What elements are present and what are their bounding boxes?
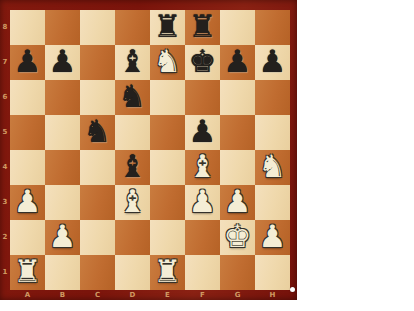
- black-pawn[interactable]: ♟: [49, 45, 77, 79]
- rank-label-5: 5: [0, 115, 10, 150]
- white-pawn[interactable]: ♟: [224, 185, 252, 219]
- square-f6[interactable]: [185, 80, 220, 115]
- black-pawn[interactable]: ♟: [189, 115, 217, 149]
- white-king[interactable]: ♚: [224, 220, 252, 254]
- file-label-e: E: [150, 290, 185, 300]
- square-b5[interactable]: [45, 115, 80, 150]
- square-d1[interactable]: [115, 255, 150, 290]
- square-e1[interactable]: ♜: [150, 255, 185, 290]
- white-pawn[interactable]: ♟: [189, 185, 217, 219]
- black-pawn[interactable]: ♟: [224, 45, 252, 79]
- square-a5[interactable]: [10, 115, 45, 150]
- rank-label-3: 3: [0, 185, 10, 220]
- square-g7[interactable]: ♟: [220, 45, 255, 80]
- black-bishop[interactable]: ♝: [119, 150, 147, 184]
- square-h7[interactable]: ♟: [255, 45, 290, 80]
- file-label-f: F: [185, 290, 220, 300]
- square-b3[interactable]: [45, 185, 80, 220]
- square-e5[interactable]: [150, 115, 185, 150]
- black-bishop[interactable]: ♝: [119, 45, 147, 79]
- square-b8[interactable]: [45, 10, 80, 45]
- square-f1[interactable]: [185, 255, 220, 290]
- rank-label-7: 7: [0, 45, 10, 80]
- square-f3[interactable]: ♟: [185, 185, 220, 220]
- white-pawn[interactable]: ♟: [14, 185, 42, 219]
- square-a7[interactable]: ♟: [10, 45, 45, 80]
- square-c3[interactable]: [80, 185, 115, 220]
- square-e7[interactable]: ♞: [150, 45, 185, 80]
- square-g6[interactable]: [220, 80, 255, 115]
- square-d5[interactable]: [115, 115, 150, 150]
- square-c8[interactable]: [80, 10, 115, 45]
- square-h4[interactable]: ♞: [255, 150, 290, 185]
- white-rook[interactable]: ♜: [14, 255, 42, 289]
- square-f5[interactable]: ♟: [185, 115, 220, 150]
- square-d3[interactable]: ♝: [115, 185, 150, 220]
- square-e2[interactable]: [150, 220, 185, 255]
- square-g5[interactable]: [220, 115, 255, 150]
- square-a2[interactable]: [10, 220, 45, 255]
- square-b4[interactable]: [45, 150, 80, 185]
- square-g3[interactable]: ♟: [220, 185, 255, 220]
- black-knight[interactable]: ♞: [84, 115, 112, 149]
- square-e8[interactable]: ♜: [150, 10, 185, 45]
- white-knight[interactable]: ♞: [154, 45, 182, 79]
- square-b7[interactable]: ♟: [45, 45, 80, 80]
- file-label-a: A: [10, 290, 45, 300]
- square-f7[interactable]: ♚: [185, 45, 220, 80]
- black-king[interactable]: ♚: [189, 45, 217, 79]
- rank-label-6: 6: [0, 80, 10, 115]
- white-to-move-indicator-dot: [290, 287, 295, 292]
- square-a6[interactable]: [10, 80, 45, 115]
- file-label-c: C: [80, 290, 115, 300]
- square-g2[interactable]: ♚: [220, 220, 255, 255]
- square-g1[interactable]: [220, 255, 255, 290]
- rank-label-4: 4: [0, 150, 10, 185]
- square-f8[interactable]: ♜: [185, 10, 220, 45]
- white-bishop[interactable]: ♝: [119, 185, 147, 219]
- rank-label-8: 8: [0, 10, 10, 45]
- square-e6[interactable]: [150, 80, 185, 115]
- square-h6[interactable]: [255, 80, 290, 115]
- square-g8[interactable]: [220, 10, 255, 45]
- white-pawn[interactable]: ♟: [259, 220, 287, 254]
- square-b2[interactable]: ♟: [45, 220, 80, 255]
- square-c2[interactable]: [80, 220, 115, 255]
- square-e4[interactable]: [150, 150, 185, 185]
- square-h2[interactable]: ♟: [255, 220, 290, 255]
- square-b6[interactable]: [45, 80, 80, 115]
- square-a1[interactable]: ♜: [10, 255, 45, 290]
- square-d4[interactable]: ♝: [115, 150, 150, 185]
- square-h8[interactable]: [255, 10, 290, 45]
- file-label-b: B: [45, 290, 80, 300]
- square-h3[interactable]: [255, 185, 290, 220]
- file-label-d: D: [115, 290, 150, 300]
- black-pawn[interactable]: ♟: [259, 45, 287, 79]
- square-f2[interactable]: [185, 220, 220, 255]
- white-bishop[interactable]: ♝: [189, 150, 217, 184]
- square-c1[interactable]: [80, 255, 115, 290]
- square-a8[interactable]: [10, 10, 45, 45]
- rank-label-2: 2: [0, 220, 10, 255]
- square-h5[interactable]: [255, 115, 290, 150]
- square-d6[interactable]: ♞: [115, 80, 150, 115]
- black-pawn[interactable]: ♟: [14, 45, 42, 79]
- square-a3[interactable]: ♟: [10, 185, 45, 220]
- square-c5[interactable]: ♞: [80, 115, 115, 150]
- white-rook[interactable]: ♜: [154, 255, 182, 289]
- file-label-h: H: [255, 290, 290, 300]
- black-rook[interactable]: ♜: [154, 10, 182, 44]
- square-a4[interactable]: [10, 150, 45, 185]
- square-h1[interactable]: [255, 255, 290, 290]
- square-c4[interactable]: [80, 150, 115, 185]
- white-knight[interactable]: ♞: [259, 150, 287, 184]
- file-label-g: G: [220, 290, 255, 300]
- rank-label-1: 1: [0, 255, 10, 290]
- square-d7[interactable]: ♝: [115, 45, 150, 80]
- white-pawn[interactable]: ♟: [49, 220, 77, 254]
- square-d2[interactable]: [115, 220, 150, 255]
- square-e3[interactable]: [150, 185, 185, 220]
- square-d8[interactable]: [115, 10, 150, 45]
- chess-board: ♜♜♟♟♝♞♚♟♟♞♞♟♝♝♞♟♝♟♟♟♚♟♜♜ 87654321ABCDEFG…: [0, 0, 297, 300]
- square-g4[interactable]: [220, 150, 255, 185]
- black-knight[interactable]: ♞: [119, 80, 147, 114]
- black-rook[interactable]: ♜: [189, 10, 217, 44]
- square-c6[interactable]: [80, 80, 115, 115]
- square-f4[interactable]: ♝: [185, 150, 220, 185]
- square-c7[interactable]: [80, 45, 115, 80]
- board-grid: ♜♜♟♟♝♞♚♟♟♞♞♟♝♝♞♟♝♟♟♟♚♟♜♜: [10, 10, 290, 290]
- square-b1[interactable]: [45, 255, 80, 290]
